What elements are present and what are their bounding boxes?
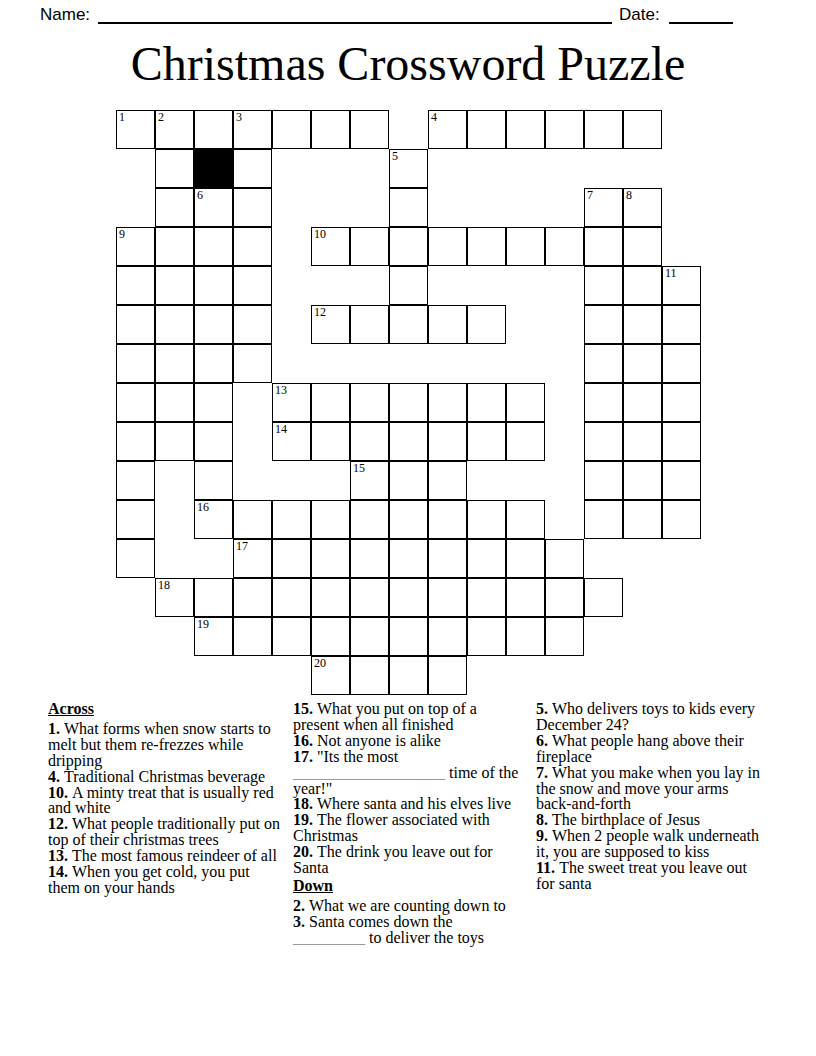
answer-cell-r6c2[interactable] [155, 305, 194, 344]
answer-cell-r1c6[interactable] [311, 110, 350, 149]
outside-grid-space [311, 188, 350, 227]
outside-grid-space [155, 500, 194, 539]
clue-15-number: 15. [293, 700, 317, 717]
clue-19-number: 19. [293, 811, 317, 828]
clue-number-10: 10 [314, 228, 326, 241]
answer-cell-r13c7[interactable] [350, 578, 389, 617]
answer-cell-r4c3[interactable] [194, 227, 233, 266]
outside-grid-space [428, 344, 467, 383]
answer-cell-r1c2[interactable]: 2 [155, 110, 194, 149]
answer-cell-r12c8[interactable] [389, 539, 428, 578]
outside-grid-space [584, 149, 623, 188]
answer-cell-r7c4[interactable] [233, 344, 272, 383]
answer-cell-r6c4[interactable] [233, 305, 272, 344]
clue-number-13: 13 [275, 384, 287, 397]
answer-cell-r9c1[interactable] [116, 422, 155, 461]
outside-grid-space [467, 344, 506, 383]
outside-grid-space [389, 344, 428, 383]
outside-grid-space [662, 110, 701, 149]
clue-7-number: 7. [536, 764, 552, 781]
answer-cell-r11c1[interactable] [116, 500, 155, 539]
answer-cell-r10c1[interactable] [116, 461, 155, 500]
answer-cell-r3c14[interactable]: 8 [623, 188, 662, 227]
clue-5: 5. Who delivers toys to kids every Decem… [536, 701, 760, 733]
outside-grid-space [311, 461, 350, 500]
outside-grid-space [467, 188, 506, 227]
clue-13-number: 13. [48, 847, 72, 864]
answer-cell-r3c4[interactable] [233, 188, 272, 227]
answer-cell-r9c8[interactable] [389, 422, 428, 461]
answer-cell-r5c15[interactable]: 11 [662, 266, 701, 305]
answer-cell-r8c14[interactable] [623, 383, 662, 422]
clue-17: 17. "Its the most ___________________ ti… [293, 749, 523, 797]
clue-13: 13. The most famous reindeer of all [48, 848, 280, 864]
answer-cell-r14c4[interactable] [233, 617, 272, 656]
outside-grid-space [623, 149, 662, 188]
clue-number-5: 5 [392, 150, 398, 163]
clue-11-number: 11. [536, 859, 559, 876]
outside-grid-space [623, 656, 662, 695]
outside-grid-space [623, 539, 662, 578]
answer-cell-r6c1[interactable] [116, 305, 155, 344]
clue-7: 7. What you make when you lay in the sno… [536, 765, 760, 813]
answer-cell-r13c2[interactable]: 18 [155, 578, 194, 617]
black-cell-r2c3 [194, 149, 233, 188]
answer-cell-r1c7[interactable] [350, 110, 389, 149]
answer-cell-r14c12[interactable] [545, 617, 584, 656]
clue-1: 1. What forms when snow starts to melt b… [48, 721, 280, 769]
answer-cell-r12c1[interactable] [116, 539, 155, 578]
answer-cell-r11c15[interactable] [662, 500, 701, 539]
answer-cell-r10c8[interactable] [389, 461, 428, 500]
answer-cell-r13c9[interactable] [428, 578, 467, 617]
answer-cell-r13c3[interactable] [194, 578, 233, 617]
outside-grid-space [311, 344, 350, 383]
answer-cell-r4c9[interactable] [428, 227, 467, 266]
outside-grid-space [467, 266, 506, 305]
outside-grid-space [545, 500, 584, 539]
answer-cell-r12c9[interactable] [428, 539, 467, 578]
name-label: Name: [40, 5, 90, 24]
clue-11: 11. The sweet treat you leave out for sa… [536, 860, 760, 892]
answer-cell-r6c7[interactable] [350, 305, 389, 344]
answer-cell-r9c10[interactable] [467, 422, 506, 461]
outside-grid-space [311, 266, 350, 305]
header: Name: Date: [40, 4, 740, 24]
outside-grid-space [116, 188, 155, 227]
clue-10-number: 10. [48, 784, 72, 801]
answer-cell-r5c8[interactable] [389, 266, 428, 305]
answer-cell-r8c2[interactable] [155, 383, 194, 422]
outside-grid-space [545, 149, 584, 188]
answer-cell-r3c2[interactable] [155, 188, 194, 227]
clue-10: 10. A minty treat that is usually red an… [48, 785, 280, 817]
outside-grid-space [467, 461, 506, 500]
answer-cell-r10c13[interactable] [584, 461, 623, 500]
answer-cell-r15c6[interactable]: 20 [311, 656, 350, 695]
answer-cell-r4c14[interactable] [623, 227, 662, 266]
outside-grid-space [545, 422, 584, 461]
outside-grid-space [272, 656, 311, 695]
answer-cell-r1c10[interactable] [467, 110, 506, 149]
outside-grid-space [116, 149, 155, 188]
answer-cell-r11c6[interactable] [311, 500, 350, 539]
answer-cell-r1c11[interactable] [506, 110, 545, 149]
answer-cell-r12c10[interactable] [467, 539, 506, 578]
answer-cell-r8c13[interactable] [584, 383, 623, 422]
outside-grid-space [662, 539, 701, 578]
clue-5-number: 5. [536, 700, 552, 717]
answer-cell-r7c3[interactable] [194, 344, 233, 383]
answer-cell-r11c11[interactable] [506, 500, 545, 539]
answer-cell-r6c15[interactable] [662, 305, 701, 344]
answer-cell-r11c4[interactable] [233, 500, 272, 539]
fill-in-blank: ___________________ [293, 764, 445, 781]
outside-grid-space [662, 578, 701, 617]
outside-grid-space [194, 656, 233, 695]
outside-grid-space [155, 617, 194, 656]
crossword-grid: 1234567891011121314151617181920 [116, 110, 701, 695]
answer-cell-r15c9[interactable] [428, 656, 467, 695]
answer-cell-r9c14[interactable] [623, 422, 662, 461]
answer-cell-r4c13[interactable] [584, 227, 623, 266]
outside-grid-space [350, 188, 389, 227]
answer-cell-r10c15[interactable] [662, 461, 701, 500]
outside-grid-space [545, 188, 584, 227]
answer-cell-r8c7[interactable] [350, 383, 389, 422]
answer-cell-r9c15[interactable] [662, 422, 701, 461]
outside-grid-space [545, 305, 584, 344]
answer-cell-r8c5[interactable]: 13 [272, 383, 311, 422]
clue-number-8: 8 [626, 189, 632, 202]
answer-cell-r14c7[interactable] [350, 617, 389, 656]
clue-number-3: 3 [236, 111, 242, 124]
answer-cell-r6c14[interactable] [623, 305, 662, 344]
answer-cell-r3c3[interactable]: 6 [194, 188, 233, 227]
clue-2: 2. What we are counting down to [293, 898, 523, 914]
answer-cell-r9c11[interactable] [506, 422, 545, 461]
clue-number-7: 7 [587, 189, 593, 202]
outside-grid-space [545, 383, 584, 422]
outside-grid-space [506, 305, 545, 344]
clue-2-number: 2. [293, 897, 309, 914]
answer-cell-r9c9[interactable] [428, 422, 467, 461]
answer-cell-r8c9[interactable] [428, 383, 467, 422]
answer-cell-r4c12[interactable] [545, 227, 584, 266]
answer-cell-r13c13[interactable] [584, 578, 623, 617]
clues-column-1: Across1. What forms when snow starts to … [48, 701, 280, 896]
answer-cell-r15c8[interactable] [389, 656, 428, 695]
outside-grid-space [506, 461, 545, 500]
outside-grid-space [311, 149, 350, 188]
clue-9-number: 9. [536, 827, 552, 844]
answer-cell-r6c13[interactable] [584, 305, 623, 344]
clue-4-number: 4. [48, 768, 64, 785]
answer-cell-r1c12[interactable] [545, 110, 584, 149]
outside-grid-space [506, 344, 545, 383]
outside-grid-space [272, 149, 311, 188]
answer-cell-r1c9[interactable]: 4 [428, 110, 467, 149]
clue-14: 14. When you get cold, you put them on y… [48, 864, 280, 896]
clue-number-4: 4 [431, 111, 437, 124]
answer-cell-r10c3[interactable] [194, 461, 233, 500]
clue-number-17: 17 [236, 540, 248, 553]
answer-cell-r13c6[interactable] [311, 578, 350, 617]
outside-grid-space [545, 266, 584, 305]
outside-grid-space [506, 188, 545, 227]
outside-grid-space [467, 149, 506, 188]
outside-grid-space [350, 149, 389, 188]
answer-cell-r14c3[interactable]: 19 [194, 617, 233, 656]
answer-cell-r11c7[interactable] [350, 500, 389, 539]
answer-cell-r13c11[interactable] [506, 578, 545, 617]
answer-cell-r1c3[interactable] [194, 110, 233, 149]
outside-grid-space [428, 149, 467, 188]
answer-cell-r11c9[interactable] [428, 500, 467, 539]
answer-cell-r5c13[interactable] [584, 266, 623, 305]
clue-number-12: 12 [314, 306, 326, 319]
answer-cell-r14c9[interactable] [428, 617, 467, 656]
fill-in-blank: _________ [293, 929, 365, 946]
clue-12: 12. What people traditionally put on top… [48, 816, 280, 848]
answer-cell-r12c12[interactable] [545, 539, 584, 578]
outside-grid-space [506, 149, 545, 188]
answer-cell-r6c10[interactable] [467, 305, 506, 344]
date-label: Date: [619, 5, 660, 24]
answer-cell-r7c1[interactable] [116, 344, 155, 383]
answer-cell-r11c5[interactable] [272, 500, 311, 539]
answer-cell-r10c9[interactable] [428, 461, 467, 500]
outside-grid-space [584, 539, 623, 578]
outside-grid-space [233, 383, 272, 422]
name-blank-line [98, 7, 612, 24]
outside-grid-space [662, 617, 701, 656]
answer-cell-r10c14[interactable] [623, 461, 662, 500]
worksheet-page: Name: Date: Christmas Crossword Puzzle 1… [0, 0, 816, 1056]
outside-grid-space [545, 461, 584, 500]
outside-grid-space [467, 656, 506, 695]
answer-cell-r9c7[interactable] [350, 422, 389, 461]
clue-17-number: 17. [293, 748, 317, 765]
outside-grid-space [662, 188, 701, 227]
answer-cell-r5c4[interactable] [233, 266, 272, 305]
answer-cell-r12c4[interactable]: 17 [233, 539, 272, 578]
answer-cell-r11c8[interactable] [389, 500, 428, 539]
clue-1-number: 1. [48, 720, 64, 737]
clue-20: 20. The drink you leave out for Santa [293, 844, 523, 876]
answer-cell-r1c14[interactable] [623, 110, 662, 149]
answer-cell-r9c13[interactable] [584, 422, 623, 461]
answer-cell-r11c10[interactable] [467, 500, 506, 539]
answer-cell-r13c5[interactable] [272, 578, 311, 617]
answer-cell-r9c6[interactable] [311, 422, 350, 461]
outside-grid-space [350, 266, 389, 305]
outside-grid-space [506, 266, 545, 305]
answer-cell-r12c5[interactable] [272, 539, 311, 578]
clue-6-number: 6. [536, 732, 552, 749]
answer-cell-r12c11[interactable] [506, 539, 545, 578]
outside-grid-space [428, 188, 467, 227]
across-section-header: Across [48, 701, 280, 717]
answer-cell-r1c13[interactable] [584, 110, 623, 149]
clue-15: 15. What you put on top of a present whe… [293, 701, 523, 733]
answer-cell-r11c13[interactable] [584, 500, 623, 539]
outside-grid-space [155, 656, 194, 695]
clue-3-number: 3. [293, 913, 309, 930]
answer-cell-r12c7[interactable] [350, 539, 389, 578]
clue-8-number: 8. [536, 811, 552, 828]
answer-cell-r12c6[interactable] [311, 539, 350, 578]
answer-cell-r2c8[interactable]: 5 [389, 149, 428, 188]
answer-cell-r5c14[interactable] [623, 266, 662, 305]
clue-20-number: 20. [293, 843, 317, 860]
answer-cell-r4c8[interactable] [389, 227, 428, 266]
outside-grid-space [272, 188, 311, 227]
answer-cell-r4c10[interactable] [467, 227, 506, 266]
clue-18: 18. Where santa and his elves live [293, 796, 523, 812]
outside-grid-space [623, 578, 662, 617]
answer-cell-r1c4[interactable]: 3 [233, 110, 272, 149]
outside-grid-space [116, 578, 155, 617]
answer-cell-r5c2[interactable] [155, 266, 194, 305]
clue-number-20: 20 [314, 657, 326, 670]
answer-cell-r4c11[interactable] [506, 227, 545, 266]
clue-8: 8. The birthplace of Jesus [536, 812, 760, 828]
clue-19: 19. The flower associated with Christmas [293, 812, 523, 844]
answer-cell-r9c5[interactable]: 14 [272, 422, 311, 461]
answer-cell-r6c9[interactable] [428, 305, 467, 344]
outside-grid-space [272, 305, 311, 344]
answer-cell-r8c1[interactable] [116, 383, 155, 422]
clue-number-9: 9 [119, 228, 125, 241]
answer-cell-r1c5[interactable] [272, 110, 311, 149]
answer-cell-r3c8[interactable] [389, 188, 428, 227]
answer-cell-r14c6[interactable] [311, 617, 350, 656]
clue-number-16: 16 [197, 501, 209, 514]
outside-grid-space [584, 617, 623, 656]
answer-cell-r8c11[interactable] [506, 383, 545, 422]
outside-grid-space [662, 227, 701, 266]
answer-cell-r4c4[interactable] [233, 227, 272, 266]
answer-cell-r5c3[interactable] [194, 266, 233, 305]
answer-cell-r10c7[interactable]: 15 [350, 461, 389, 500]
outside-grid-space [155, 539, 194, 578]
answer-cell-r7c2[interactable] [155, 344, 194, 383]
outside-grid-space [233, 422, 272, 461]
answer-cell-r4c2[interactable] [155, 227, 194, 266]
answer-cell-r4c7[interactable] [350, 227, 389, 266]
down-section-header: Down [293, 878, 523, 894]
answer-cell-r14c8[interactable] [389, 617, 428, 656]
outside-grid-space [272, 266, 311, 305]
clue-number-1: 1 [119, 111, 125, 124]
outside-grid-space [545, 656, 584, 695]
answer-cell-r7c15[interactable] [662, 344, 701, 383]
answer-cell-r8c6[interactable] [311, 383, 350, 422]
answer-cell-r6c3[interactable] [194, 305, 233, 344]
outside-grid-space [584, 656, 623, 695]
outside-grid-space [545, 344, 584, 383]
clue-number-14: 14 [275, 423, 287, 436]
answer-cell-r6c6[interactable]: 12 [311, 305, 350, 344]
answer-cell-r8c15[interactable] [662, 383, 701, 422]
clue-16-number: 16. [293, 732, 317, 749]
answer-cell-r13c10[interactable] [467, 578, 506, 617]
clue-number-15: 15 [353, 462, 365, 475]
outside-grid-space [272, 344, 311, 383]
outside-grid-space [428, 266, 467, 305]
clue-4: 4. Traditional Christmas beverage [48, 769, 280, 785]
answer-cell-r4c6[interactable]: 10 [311, 227, 350, 266]
clue-14-number: 14. [48, 863, 72, 880]
answer-cell-r6c8[interactable] [389, 305, 428, 344]
answer-cell-r15c7[interactable] [350, 656, 389, 695]
outside-grid-space [389, 110, 428, 149]
outside-grid-space [623, 617, 662, 656]
answer-cell-r11c3[interactable]: 16 [194, 500, 233, 539]
clue-number-18: 18 [158, 579, 170, 592]
answer-cell-r8c3[interactable] [194, 383, 233, 422]
outside-grid-space [506, 656, 545, 695]
answer-cell-r4c1[interactable]: 9 [116, 227, 155, 266]
answer-cell-r1c1[interactable]: 1 [116, 110, 155, 149]
clue-3: 3. Santa comes down the _________ to del… [293, 914, 523, 946]
page-title: Christmas Crossword Puzzle [0, 38, 816, 90]
clue-12-number: 12. [48, 815, 72, 832]
answer-cell-r11c14[interactable] [623, 500, 662, 539]
answer-cell-r9c3[interactable] [194, 422, 233, 461]
answer-cell-r3c13[interactable]: 7 [584, 188, 623, 227]
answer-cell-r9c2[interactable] [155, 422, 194, 461]
clue-18-number: 18. [293, 795, 317, 812]
clues-column-2: 15. What you put on top of a present whe… [293, 701, 523, 946]
date-blank-line [669, 7, 733, 24]
answer-cell-r8c10[interactable] [467, 383, 506, 422]
answer-cell-r13c4[interactable] [233, 578, 272, 617]
answer-cell-r2c4[interactable] [233, 149, 272, 188]
outside-grid-space [662, 656, 701, 695]
answer-cell-r2c2[interactable] [155, 149, 194, 188]
outside-grid-space [233, 656, 272, 695]
answer-cell-r13c8[interactable] [389, 578, 428, 617]
outside-grid-space [116, 617, 155, 656]
outside-grid-space [155, 461, 194, 500]
outside-grid-space [350, 344, 389, 383]
answer-cell-r14c5[interactable] [272, 617, 311, 656]
outside-grid-space [194, 539, 233, 578]
answer-cell-r13c12[interactable] [545, 578, 584, 617]
outside-grid-space [272, 227, 311, 266]
clue-number-11: 11 [665, 267, 677, 280]
clue-6: 6. What people hang above their fireplac… [536, 733, 760, 765]
answer-cell-r14c11[interactable] [506, 617, 545, 656]
clue-number-2: 2 [158, 111, 164, 124]
clue-9: 9. When 2 people walk underneath it, you… [536, 828, 760, 860]
answer-cell-r5c1[interactable] [116, 266, 155, 305]
clue-number-6: 6 [197, 189, 203, 202]
clue-16: 16. Not anyone is alike [293, 733, 523, 749]
clue-number-19: 19 [197, 618, 209, 631]
outside-grid-space [662, 149, 701, 188]
answer-cell-r7c14[interactable] [623, 344, 662, 383]
outside-grid-space [116, 656, 155, 695]
outside-grid-space [233, 461, 272, 500]
answer-cell-r8c8[interactable] [389, 383, 428, 422]
answer-cell-r7c13[interactable] [584, 344, 623, 383]
clues-column-3: 5. Who delivers toys to kids every Decem… [536, 701, 760, 892]
answer-cell-r14c10[interactable] [467, 617, 506, 656]
outside-grid-space [272, 461, 311, 500]
